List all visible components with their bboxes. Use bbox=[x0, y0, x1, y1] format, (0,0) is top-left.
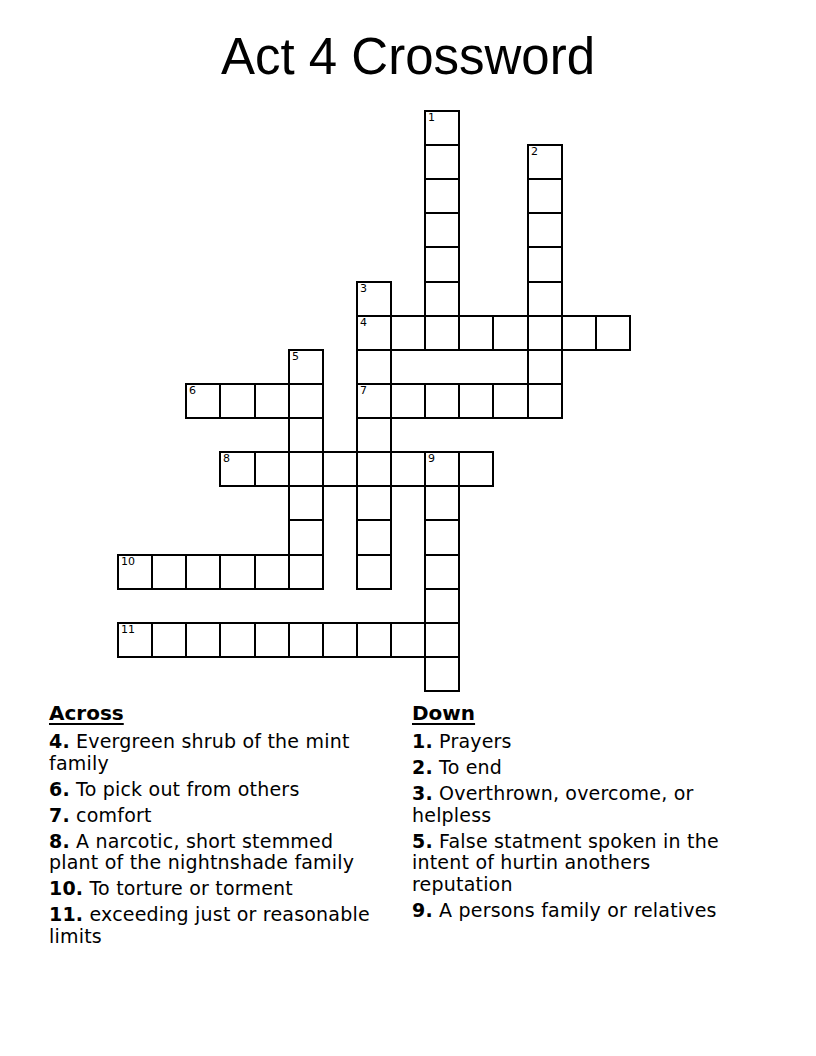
crossword-cell[interactable] bbox=[527, 349, 563, 385]
crossword-cell[interactable] bbox=[424, 178, 460, 214]
crossword-cell[interactable] bbox=[527, 178, 563, 214]
clue-number-label: 4. bbox=[49, 730, 70, 752]
clue-number-label: 9. bbox=[412, 899, 433, 921]
crossword-cell[interactable] bbox=[356, 519, 392, 556]
crossword-cell[interactable] bbox=[492, 383, 529, 419]
down-clue-3: 3. Overthrown, overcome, or helpless bbox=[412, 783, 792, 826]
across-clue-6: 6. To pick out from others bbox=[49, 779, 409, 801]
clue-number-2: 2 bbox=[531, 146, 538, 158]
crossword-cell[interactable] bbox=[561, 315, 597, 351]
clue-number-1: 1 bbox=[428, 112, 435, 124]
crossword-cell[interactable] bbox=[322, 451, 358, 487]
crossword-cell[interactable]: 4 bbox=[356, 315, 392, 351]
across-clues-section: Across 4. Evergreen shrub of the mint fa… bbox=[49, 701, 409, 952]
crossword-cell[interactable] bbox=[424, 383, 460, 419]
crossword-cell[interactable] bbox=[356, 451, 392, 487]
clue-number-4: 4 bbox=[360, 317, 367, 329]
crossword-cell[interactable] bbox=[356, 349, 392, 385]
crossword-cell[interactable]: 6 bbox=[185, 383, 221, 419]
crossword-cell[interactable] bbox=[288, 417, 324, 453]
down-clue-5: 5. False statment spoken in the intent o… bbox=[412, 831, 792, 896]
crossword-worksheet: Act 4 Crossword 1234567891011 Across 4. … bbox=[0, 0, 816, 1056]
crossword-cell[interactable] bbox=[527, 383, 563, 419]
crossword-cell[interactable] bbox=[288, 554, 324, 590]
crossword-cell[interactable]: 9 bbox=[424, 451, 460, 487]
across-heading: Across bbox=[49, 701, 124, 725]
crossword-cell[interactable] bbox=[424, 144, 460, 180]
crossword-cell[interactable]: 11 bbox=[117, 622, 153, 658]
clue-number-label: 1. bbox=[412, 730, 433, 752]
crossword-cell[interactable]: 7 bbox=[356, 383, 392, 419]
clue-number-label: 10. bbox=[49, 877, 83, 899]
crossword-cell[interactable] bbox=[424, 519, 460, 556]
crossword-cell[interactable] bbox=[254, 554, 290, 590]
crossword-cell[interactable] bbox=[185, 554, 221, 590]
crossword-cell[interactable] bbox=[424, 246, 460, 283]
crossword-cell[interactable] bbox=[322, 622, 358, 658]
clue-number-5: 5 bbox=[292, 351, 299, 363]
clue-number-label: 11. bbox=[49, 903, 83, 925]
down-heading: Down bbox=[412, 701, 475, 725]
crossword-cell[interactable] bbox=[356, 417, 392, 453]
down-clue-2: 2. To end bbox=[412, 757, 792, 779]
crossword-cell[interactable]: 2 bbox=[527, 144, 563, 180]
crossword-cell[interactable] bbox=[151, 622, 187, 658]
crossword-cell[interactable] bbox=[390, 315, 426, 351]
crossword-cell[interactable] bbox=[288, 485, 324, 521]
clue-number-label: 5. bbox=[412, 830, 433, 852]
crossword-cell[interactable] bbox=[390, 451, 426, 487]
crossword-cell[interactable] bbox=[288, 383, 324, 419]
crossword-cell[interactable] bbox=[424, 622, 460, 658]
crossword-cell[interactable] bbox=[424, 656, 460, 692]
crossword-cell[interactable]: 8 bbox=[219, 451, 256, 487]
crossword-cell[interactable] bbox=[424, 588, 460, 624]
clue-number-label: 3. bbox=[412, 782, 433, 804]
crossword-cell[interactable] bbox=[185, 622, 221, 658]
clue-number-7: 7 bbox=[360, 385, 367, 397]
crossword-board: 1234567891011 bbox=[117, 110, 631, 692]
crossword-cell[interactable] bbox=[424, 212, 460, 248]
crossword-cell[interactable] bbox=[390, 383, 426, 419]
clue-number-label: 8. bbox=[49, 830, 70, 852]
crossword-cell[interactable] bbox=[288, 622, 324, 658]
crossword-cell[interactable] bbox=[390, 622, 426, 658]
crossword-cell[interactable] bbox=[356, 554, 392, 590]
clue-number-10: 10 bbox=[121, 556, 135, 568]
crossword-cell[interactable] bbox=[424, 315, 460, 351]
crossword-cell[interactable] bbox=[595, 315, 631, 351]
crossword-cell[interactable] bbox=[458, 451, 494, 487]
crossword-cell[interactable]: 5 bbox=[288, 349, 324, 385]
crossword-cell[interactable] bbox=[527, 212, 563, 248]
crossword-cell[interactable] bbox=[151, 554, 187, 590]
clue-number-label: 2. bbox=[412, 756, 433, 778]
crossword-cell[interactable] bbox=[219, 622, 256, 658]
page-title: Act 4 Crossword bbox=[0, 28, 816, 87]
across-clue-11: 11. exceeding just or reasonable limits bbox=[49, 904, 409, 947]
clue-number-8: 8 bbox=[223, 453, 230, 465]
across-clue-4: 4. Evergreen shrub of the mint family bbox=[49, 731, 409, 774]
clue-number-label: 7. bbox=[49, 804, 70, 826]
crossword-cell[interactable] bbox=[254, 383, 290, 419]
clue-number-11: 11 bbox=[121, 624, 135, 636]
crossword-cell[interactable] bbox=[356, 622, 392, 658]
down-clue-1: 1. Prayers bbox=[412, 731, 792, 753]
crossword-cell[interactable] bbox=[356, 485, 392, 521]
crossword-cell[interactable] bbox=[527, 246, 563, 283]
down-clues-section: Down 1. Prayers2. To end3. Overthrown, o… bbox=[412, 701, 792, 926]
crossword-cell[interactable] bbox=[424, 554, 460, 590]
crossword-cell[interactable] bbox=[424, 281, 460, 317]
crossword-cell[interactable] bbox=[527, 315, 563, 351]
crossword-cell[interactable] bbox=[254, 622, 290, 658]
down-clue-9: 9. A persons family or relatives bbox=[412, 900, 792, 922]
crossword-cell[interactable] bbox=[527, 281, 563, 317]
across-clue-list: 4. Evergreen shrub of the mint family6. … bbox=[49, 731, 409, 947]
crossword-cell[interactable]: 10 bbox=[117, 554, 153, 590]
crossword-cell[interactable] bbox=[254, 451, 290, 487]
crossword-cell[interactable] bbox=[458, 315, 494, 351]
crossword-cell[interactable] bbox=[219, 383, 256, 419]
crossword-cell[interactable] bbox=[492, 315, 529, 351]
clue-number-label: 6. bbox=[49, 778, 70, 800]
across-clue-10: 10. To torture or torment bbox=[49, 878, 409, 900]
crossword-cell[interactable] bbox=[288, 519, 324, 556]
clue-number-9: 9 bbox=[428, 453, 435, 465]
crossword-cell[interactable]: 1 bbox=[424, 110, 460, 146]
down-clue-list: 1. Prayers2. To end3. Overthrown, overco… bbox=[412, 731, 792, 921]
crossword-cell[interactable] bbox=[288, 451, 324, 487]
across-clue-7: 7. comfort bbox=[49, 805, 409, 827]
across-clue-8: 8. A narcotic, short stemmed plant of th… bbox=[49, 831, 409, 874]
crossword-cell[interactable] bbox=[424, 485, 460, 521]
crossword-cell[interactable] bbox=[458, 383, 494, 419]
crossword-cell[interactable] bbox=[219, 554, 256, 590]
clue-number-6: 6 bbox=[189, 385, 196, 397]
clue-number-3: 3 bbox=[360, 283, 367, 295]
crossword-cell[interactable]: 3 bbox=[356, 281, 392, 317]
